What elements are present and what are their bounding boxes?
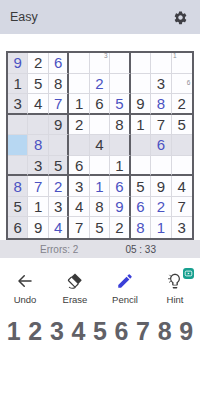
given-digit: 9 (34, 220, 42, 235)
cell-r4c1[interactable] (8, 115, 28, 136)
cell-r5c9[interactable] (172, 135, 192, 156)
given-digit: 1 (136, 117, 144, 132)
user-digit: 1 (95, 179, 103, 194)
cell-r9c8[interactable]: 1 (151, 217, 171, 238)
cell-r3c4[interactable]: 1 (69, 94, 89, 115)
cell-r4c6[interactable]: 8 (110, 115, 130, 136)
cell-r8c7[interactable]: 6 (131, 197, 151, 218)
cell-r9c7[interactable]: 8 (131, 217, 151, 238)
cell-r8c5[interactable]: 8 (90, 197, 110, 218)
number-pad: 1 2 3 4 5 6 7 8 9 (0, 319, 200, 344)
cell-r8c6[interactable]: 9 (110, 197, 130, 218)
user-digit: 7 (34, 179, 42, 194)
cell-r5c4[interactable] (69, 135, 89, 156)
undo-arrow-icon (16, 272, 34, 290)
cell-r2c4[interactable] (69, 74, 89, 95)
numpad-8[interactable]: 8 (158, 319, 172, 344)
given-digit: 4 (178, 179, 186, 194)
cell-r1c3[interactable]: 6 (49, 53, 69, 74)
cell-r1c8[interactable] (151, 53, 171, 74)
cell-r1c1[interactable]: 9 (8, 53, 28, 74)
given-digit: 5 (95, 220, 103, 235)
user-digit: 6 (136, 199, 144, 214)
given-digit: 3 (14, 96, 22, 111)
cell-r2c9[interactable]: 6 (172, 74, 192, 95)
cell-r5c8[interactable]: 6 (151, 135, 171, 156)
numpad-9[interactable]: 9 (179, 319, 193, 344)
cell-r7c2[interactable]: 7 (28, 176, 48, 197)
given-digit: 3 (54, 199, 62, 214)
cell-r9c1[interactable]: 6 (8, 217, 28, 238)
cell-r4c5[interactable] (90, 115, 110, 136)
difficulty-label: Easy (10, 10, 38, 24)
given-digit: 7 (157, 117, 165, 132)
video-play-icon (184, 269, 193, 278)
cell-r5c2[interactable]: 8 (28, 135, 48, 156)
given-digit: 3 (34, 158, 42, 173)
cell-r9c9[interactable]: 3 (172, 217, 192, 238)
user-digit: 1 (157, 220, 165, 235)
cell-r2c5[interactable]: 2 (90, 74, 110, 95)
given-digit: 7 (178, 199, 186, 214)
numpad-4[interactable]: 4 (71, 319, 85, 344)
user-digit: 2 (54, 179, 62, 194)
cell-r6c7[interactable] (131, 156, 151, 177)
given-digit: 5 (14, 199, 22, 214)
errors-count: Errors: 2 (40, 244, 78, 255)
cell-r1c2[interactable]: 2 (28, 53, 48, 74)
user-digit: 2 (157, 199, 165, 214)
cell-r5c3[interactable] (49, 135, 69, 156)
cell-r1c4[interactable] (69, 53, 89, 74)
user-digit: 2 (95, 76, 103, 91)
cell-r2c8[interactable]: 3 (151, 74, 171, 95)
cell-r2c3[interactable]: 8 (49, 74, 69, 95)
given-digit: 3 (178, 220, 186, 235)
cell-r6c9[interactable] (172, 156, 192, 177)
given-digit: 6 (75, 158, 83, 173)
cell-r6c8[interactable] (151, 156, 171, 177)
cell-r3c1[interactable]: 3 (8, 94, 28, 115)
given-digit: 5 (136, 179, 144, 194)
cell-r2c7[interactable] (131, 74, 151, 95)
cell-r3c3[interactable]: 7 (49, 94, 69, 115)
given-digit: 8 (95, 199, 103, 214)
status-bar: Errors: 2 05 : 33 (0, 240, 200, 258)
given-digit: 9 (136, 96, 144, 111)
user-digit: 7 (54, 96, 62, 111)
cell-r8c3[interactable]: 3 (49, 197, 69, 218)
user-digit: 5 (115, 96, 123, 111)
cell-r3c5[interactable]: 6 (90, 94, 110, 115)
pencil-mark: 6 (185, 80, 192, 86)
cell-r7c7[interactable]: 5 (131, 176, 151, 197)
cell-r5c5[interactable]: 4 (90, 135, 110, 156)
pencil-label: Pencil (112, 294, 138, 305)
cell-r1c7[interactable] (131, 53, 151, 74)
numpad-7[interactable]: 7 (136, 319, 150, 344)
numpad-5[interactable]: 5 (93, 319, 107, 344)
numpad-1[interactable]: 1 (7, 319, 21, 344)
pencil-mark: 1 (172, 53, 179, 59)
user-digit: 8 (14, 179, 22, 194)
cell-r3c8[interactable]: 8 (151, 94, 171, 115)
cell-r4c7[interactable]: 1 (131, 115, 151, 136)
cell-r9c6[interactable]: 2 (110, 217, 130, 238)
cell-r8c2[interactable]: 1 (28, 197, 48, 218)
given-digit: 8 (115, 117, 123, 132)
cell-r2c6[interactable] (110, 74, 130, 95)
cell-r9c5[interactable]: 5 (90, 217, 110, 238)
cell-r4c2[interactable] (28, 115, 48, 136)
user-digit: 8 (136, 220, 144, 235)
cell-r7c8[interactable]: 9 (151, 176, 171, 197)
cell-r6c6[interactable]: 1 (110, 156, 130, 177)
gear-icon[interactable] (173, 10, 188, 25)
cell-r6c1[interactable] (8, 156, 28, 177)
eraser-icon (66, 272, 84, 290)
given-digit: 4 (34, 96, 42, 111)
cell-r4c8[interactable]: 7 (151, 115, 171, 136)
given-digit: 1 (14, 76, 22, 91)
hint-button[interactable]: Hint (152, 272, 198, 305)
given-digit: 4 (75, 199, 83, 214)
given-digit: 9 (54, 117, 62, 132)
undo-label: Undo (14, 294, 37, 305)
timer: 05 : 33 (125, 244, 156, 255)
cell-r1c9[interactable]: 1 (172, 53, 192, 74)
cell-r7c3[interactable]: 2 (49, 176, 69, 197)
numpad-2[interactable]: 2 (28, 319, 42, 344)
cell-r8c4[interactable]: 4 (69, 197, 89, 218)
user-digit: 9 (115, 199, 123, 214)
cell-r8c1[interactable]: 5 (8, 197, 28, 218)
user-digit: 8 (34, 137, 42, 152)
given-digit: 9 (157, 179, 165, 194)
hint-label: Hint (167, 294, 184, 305)
top-bar: Easy (0, 0, 200, 34)
cell-r5c6[interactable] (110, 135, 130, 156)
cell-r4c4[interactable]: 2 (69, 115, 89, 136)
given-digit: 6 (14, 220, 22, 235)
cell-r1c5[interactable]: 3 (90, 53, 110, 74)
given-digit: 1 (34, 199, 42, 214)
erase-label: Erase (63, 294, 88, 305)
given-digit: 1 (115, 158, 123, 173)
user-digit: 6 (54, 55, 62, 70)
cell-r9c3[interactable]: 4 (49, 217, 69, 238)
toolbar: Undo Erase Pencil Hint (0, 272, 200, 305)
cell-r3c9[interactable]: 2 (172, 94, 192, 115)
cell-r3c7[interactable]: 9 (131, 94, 151, 115)
cell-r6c2[interactable]: 3 (28, 156, 48, 177)
numpad-3[interactable]: 3 (50, 319, 64, 344)
given-digit: 2 (115, 220, 123, 235)
cell-r4c9[interactable]: 5 (172, 115, 192, 136)
given-digit: 5 (34, 76, 42, 91)
cell-r8c8[interactable]: 2 (151, 197, 171, 218)
hint-ad-badge (183, 268, 194, 279)
cell-r7c5[interactable]: 1 (90, 176, 110, 197)
lightbulb-icon (166, 272, 184, 290)
given-digit: 7 (75, 220, 83, 235)
user-digit: 6 (157, 137, 165, 152)
given-digit: 3 (157, 76, 165, 91)
cell-r6c5[interactable] (90, 156, 110, 177)
sudoku-board: 9263115823634716598292817584635618723165… (6, 51, 194, 240)
cell-r6c3[interactable]: 5 (49, 156, 69, 177)
given-digit: 3 (75, 179, 83, 194)
numpad-6[interactable]: 6 (115, 319, 129, 344)
given-digit: 2 (34, 55, 42, 70)
user-digit: 9 (14, 55, 22, 70)
cell-r1c6[interactable] (110, 53, 130, 74)
cell-r3c2[interactable]: 4 (28, 94, 48, 115)
given-digit: 8 (54, 76, 62, 91)
cell-r7c6[interactable]: 6 (110, 176, 130, 197)
cell-r4c3[interactable]: 9 (49, 115, 69, 136)
user-digit: 4 (54, 220, 62, 235)
given-digit: 6 (95, 96, 103, 111)
pencil-mark: 3 (103, 53, 109, 59)
given-digit: 1 (75, 96, 83, 111)
cell-r9c4[interactable]: 7 (69, 217, 89, 238)
cell-r5c7[interactable] (131, 135, 151, 156)
cell-r2c2[interactable]: 5 (28, 74, 48, 95)
cell-r7c4[interactable]: 3 (69, 176, 89, 197)
given-digit: 4 (95, 137, 103, 152)
user-digit: 8 (157, 96, 165, 111)
cell-r2c1[interactable]: 1 (8, 74, 28, 95)
erase-button[interactable]: Erase (52, 272, 98, 305)
pencil-button[interactable]: Pencil (102, 272, 148, 305)
given-digit: 5 (54, 158, 62, 173)
cell-r6c4[interactable]: 6 (69, 156, 89, 177)
pencil-icon (116, 272, 134, 290)
cell-r3c6[interactable]: 5 (110, 94, 130, 115)
cell-r5c1[interactable] (8, 135, 28, 156)
undo-button[interactable]: Undo (2, 272, 48, 305)
cell-r9c2[interactable]: 9 (28, 217, 48, 238)
cell-r8c9[interactable]: 7 (172, 197, 192, 218)
cell-r7c9[interactable]: 4 (172, 176, 192, 197)
given-digit: 2 (178, 96, 186, 111)
given-digit: 2 (75, 117, 83, 132)
given-digit: 5 (178, 117, 186, 132)
cell-r7c1[interactable]: 8 (8, 176, 28, 197)
user-digit: 6 (115, 179, 123, 194)
